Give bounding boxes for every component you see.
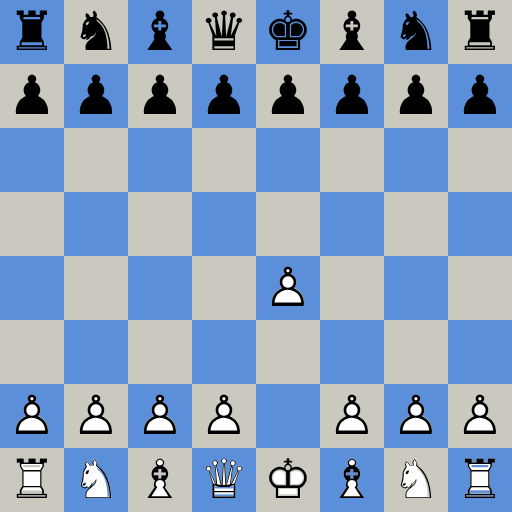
square-f8[interactable]: ♝ xyxy=(320,0,384,64)
square-b7[interactable]: ♟ xyxy=(64,64,128,128)
square-a6[interactable] xyxy=(0,128,64,192)
square-b2[interactable]: ♟♙ xyxy=(64,384,128,448)
square-h1[interactable]: ♜♖ xyxy=(448,448,512,512)
square-d5[interactable] xyxy=(192,192,256,256)
square-a7[interactable]: ♟ xyxy=(0,64,64,128)
piece-outline: ♖ xyxy=(0,448,64,512)
square-c6[interactable] xyxy=(128,128,192,192)
square-f4[interactable] xyxy=(320,256,384,320)
black-pawn[interactable]: ♟ xyxy=(320,64,384,128)
square-e8[interactable]: ♚ xyxy=(256,0,320,64)
white-pawn[interactable]: ♟♙ xyxy=(64,384,128,448)
square-f1[interactable]: ♝♗ xyxy=(320,448,384,512)
square-b1[interactable]: ♞♘ xyxy=(64,448,128,512)
square-g4[interactable] xyxy=(384,256,448,320)
square-d7[interactable]: ♟ xyxy=(192,64,256,128)
square-g5[interactable] xyxy=(384,192,448,256)
black-bishop[interactable]: ♝ xyxy=(128,0,192,64)
white-king[interactable]: ♚♔ xyxy=(256,448,320,512)
square-g7[interactable]: ♟ xyxy=(384,64,448,128)
square-e5[interactable] xyxy=(256,192,320,256)
piece-outline: ♙ xyxy=(64,384,128,448)
chess-board: ♜♞♝♛♚♝♞♜♟♟♟♟♟♟♟♟♟♙♟♙♟♙♟♙♟♙♟♙♟♙♟♙♜♖♞♘♝♗♛♕… xyxy=(0,0,512,512)
piece-outline: ♘ xyxy=(64,448,128,512)
square-g3[interactable] xyxy=(384,320,448,384)
square-c8[interactable]: ♝ xyxy=(128,0,192,64)
piece-outline: ♗ xyxy=(128,448,192,512)
white-pawn[interactable]: ♟♙ xyxy=(320,384,384,448)
square-e4[interactable]: ♟♙ xyxy=(256,256,320,320)
black-pawn[interactable]: ♟ xyxy=(384,64,448,128)
square-b8[interactable]: ♞ xyxy=(64,0,128,64)
square-a8[interactable]: ♜ xyxy=(0,0,64,64)
square-a2[interactable]: ♟♙ xyxy=(0,384,64,448)
white-bishop[interactable]: ♝♗ xyxy=(320,448,384,512)
square-b4[interactable] xyxy=(64,256,128,320)
square-b6[interactable] xyxy=(64,128,128,192)
black-pawn[interactable]: ♟ xyxy=(128,64,192,128)
square-d4[interactable] xyxy=(192,256,256,320)
square-c5[interactable] xyxy=(128,192,192,256)
square-a3[interactable] xyxy=(0,320,64,384)
square-e1[interactable]: ♚♔ xyxy=(256,448,320,512)
square-f7[interactable]: ♟ xyxy=(320,64,384,128)
square-f2[interactable]: ♟♙ xyxy=(320,384,384,448)
black-knight[interactable]: ♞ xyxy=(384,0,448,64)
square-c1[interactable]: ♝♗ xyxy=(128,448,192,512)
square-b5[interactable] xyxy=(64,192,128,256)
square-c3[interactable] xyxy=(128,320,192,384)
square-d3[interactable] xyxy=(192,320,256,384)
piece-outline: ♔ xyxy=(256,448,320,512)
square-g2[interactable]: ♟♙ xyxy=(384,384,448,448)
black-rook[interactable]: ♜ xyxy=(0,0,64,64)
white-bishop[interactable]: ♝♗ xyxy=(128,448,192,512)
black-knight[interactable]: ♞ xyxy=(64,0,128,64)
black-pawn[interactable]: ♟ xyxy=(0,64,64,128)
piece-outline: ♘ xyxy=(384,448,448,512)
square-f5[interactable] xyxy=(320,192,384,256)
square-g6[interactable] xyxy=(384,128,448,192)
square-b3[interactable] xyxy=(64,320,128,384)
square-d8[interactable]: ♛ xyxy=(192,0,256,64)
black-rook[interactable]: ♜ xyxy=(448,0,512,64)
square-c7[interactable]: ♟ xyxy=(128,64,192,128)
piece-outline: ♙ xyxy=(256,256,320,320)
square-e6[interactable] xyxy=(256,128,320,192)
square-a4[interactable] xyxy=(0,256,64,320)
square-h6[interactable] xyxy=(448,128,512,192)
piece-outline: ♙ xyxy=(128,384,192,448)
black-bishop[interactable]: ♝ xyxy=(320,0,384,64)
white-pawn[interactable]: ♟♙ xyxy=(192,384,256,448)
square-c2[interactable]: ♟♙ xyxy=(128,384,192,448)
piece-outline: ♙ xyxy=(320,384,384,448)
square-e3[interactable] xyxy=(256,320,320,384)
black-queen[interactable]: ♛ xyxy=(192,0,256,64)
square-h3[interactable] xyxy=(448,320,512,384)
square-h7[interactable]: ♟ xyxy=(448,64,512,128)
white-pawn[interactable]: ♟♙ xyxy=(128,384,192,448)
piece-outline: ♙ xyxy=(448,384,512,448)
piece-outline: ♗ xyxy=(320,448,384,512)
square-f6[interactable] xyxy=(320,128,384,192)
black-pawn[interactable]: ♟ xyxy=(448,64,512,128)
square-h8[interactable]: ♜ xyxy=(448,0,512,64)
black-pawn[interactable]: ♟ xyxy=(256,64,320,128)
white-rook[interactable]: ♜♖ xyxy=(0,448,64,512)
square-f3[interactable] xyxy=(320,320,384,384)
square-g1[interactable]: ♞♘ xyxy=(384,448,448,512)
square-d2[interactable]: ♟♙ xyxy=(192,384,256,448)
square-d6[interactable] xyxy=(192,128,256,192)
square-h2[interactable]: ♟♙ xyxy=(448,384,512,448)
white-queen[interactable]: ♛♕ xyxy=(192,448,256,512)
piece-outline: ♙ xyxy=(384,384,448,448)
piece-outline: ♕ xyxy=(192,448,256,512)
white-pawn[interactable]: ♟♙ xyxy=(384,384,448,448)
piece-outline: ♖ xyxy=(448,448,512,512)
square-h4[interactable] xyxy=(448,256,512,320)
piece-outline: ♙ xyxy=(0,384,64,448)
square-e2[interactable] xyxy=(256,384,320,448)
square-a1[interactable]: ♜♖ xyxy=(0,448,64,512)
square-d1[interactable]: ♛♕ xyxy=(192,448,256,512)
white-rook[interactable]: ♜♖ xyxy=(448,448,512,512)
white-knight[interactable]: ♞♘ xyxy=(384,448,448,512)
square-g8[interactable]: ♞ xyxy=(384,0,448,64)
black-pawn[interactable]: ♟ xyxy=(64,64,128,128)
square-h5[interactable] xyxy=(448,192,512,256)
white-pawn[interactable]: ♟♙ xyxy=(0,384,64,448)
white-knight[interactable]: ♞♘ xyxy=(64,448,128,512)
square-c4[interactable] xyxy=(128,256,192,320)
square-a5[interactable] xyxy=(0,192,64,256)
piece-outline: ♙ xyxy=(192,384,256,448)
white-pawn[interactable]: ♟♙ xyxy=(256,256,320,320)
square-e7[interactable]: ♟ xyxy=(256,64,320,128)
white-pawn[interactable]: ♟♙ xyxy=(448,384,512,448)
black-pawn[interactable]: ♟ xyxy=(192,64,256,128)
black-king[interactable]: ♚ xyxy=(256,0,320,64)
